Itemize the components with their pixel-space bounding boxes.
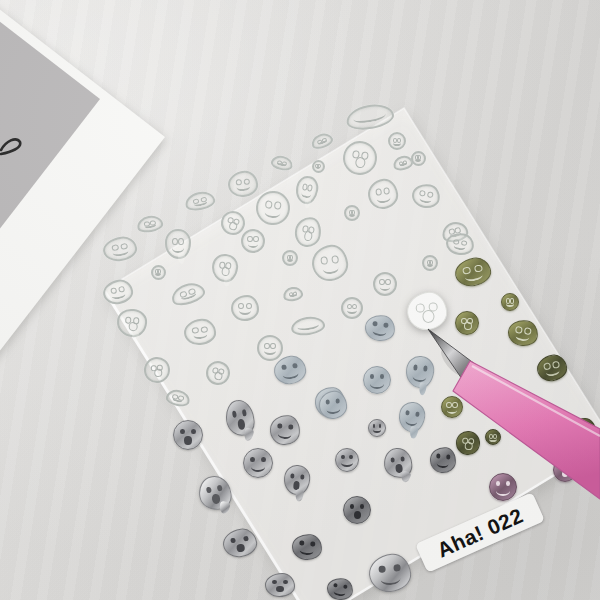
- sticker-mouth: [427, 261, 433, 267]
- sticker-smiley: [265, 573, 295, 597]
- sticker-mouth: [347, 307, 356, 314]
- sticker-mouth: [326, 403, 340, 414]
- sticker-smiley: [255, 190, 292, 227]
- sticker-mouth: [112, 247, 129, 257]
- sticker-eye: [243, 536, 249, 542]
- sticker-mouth: [412, 370, 427, 382]
- sticker-mouth: [287, 256, 293, 262]
- sticker-mouth: [341, 459, 352, 468]
- sticker-smiley: [310, 243, 350, 283]
- sticker-smiley: [535, 353, 569, 384]
- sticker-mouth: [393, 139, 400, 145]
- sticker-mouth: [395, 464, 403, 473]
- sticker-eye: [400, 456, 405, 462]
- sticker-smiley: [383, 447, 414, 480]
- sticker-mouth: [532, 424, 543, 435]
- sticker-smiley: [116, 308, 148, 339]
- sticker-smiley: [411, 151, 426, 166]
- sticker-smiley: [343, 496, 371, 524]
- sticker-mouth: [277, 428, 292, 440]
- sticker-smiley: [211, 253, 240, 284]
- sticker-smiley: [453, 255, 493, 289]
- sticker-smiley: [293, 215, 324, 249]
- sticker-smiley: [312, 160, 325, 173]
- sticker-smiley: [553, 458, 577, 482]
- sticker-mouth: [236, 543, 246, 552]
- sticker-mouth: [464, 269, 483, 282]
- sticker-smiley: [165, 388, 192, 409]
- sticker-smiley: [405, 290, 448, 331]
- sticker-smiley: [231, 295, 259, 321]
- sticker-smiley: [422, 255, 438, 271]
- sticker-smiley: [173, 420, 203, 450]
- sticker-mouth: [251, 462, 266, 472]
- sticker-smiley: [368, 419, 386, 437]
- sticker-mouth: [293, 481, 300, 490]
- sticker-mouth: [380, 283, 390, 291]
- sticker-mouth: [237, 419, 245, 430]
- sticker-eye: [350, 504, 354, 509]
- sticker-mouth: [184, 436, 192, 444]
- sticker-eye: [232, 411, 237, 418]
- sticker-mouth: [221, 267, 230, 277]
- sticker-eye: [272, 580, 277, 584]
- sticker-mouth: [282, 368, 299, 380]
- sticker-smiley: [272, 354, 308, 386]
- sticker-mouth: [373, 426, 381, 433]
- sticker-smiley: [257, 335, 283, 361]
- sticker-eye: [242, 409, 247, 416]
- sticker-mouth: [545, 365, 561, 377]
- sticker-mouth: [154, 368, 163, 377]
- sticker-smiley: [520, 409, 554, 441]
- sticker-mouth: [422, 310, 435, 324]
- sticker-mouth: [277, 160, 287, 167]
- sticker-smiley: [344, 101, 395, 133]
- sticker-smiley: [570, 418, 596, 442]
- sticker-smiley: [143, 356, 171, 384]
- sticker-eye: [180, 429, 185, 435]
- photo-canvas: Aha! 022: [0, 0, 600, 600]
- sticker-smiley: [283, 464, 312, 497]
- sticker-mouth: [333, 587, 346, 597]
- sticker-mouth: [376, 192, 391, 204]
- sticker-smiley: [204, 359, 232, 387]
- sticker-mouth: [515, 331, 531, 342]
- sticker-mouth: [415, 156, 421, 161]
- sticker-mouth: [239, 307, 251, 316]
- sticker-smiley: [455, 430, 481, 456]
- sticker-smiley: [101, 235, 138, 263]
- sticker-smiley: [169, 279, 208, 309]
- sticker-mouth: [172, 395, 183, 403]
- sticker-smiley: [290, 315, 326, 338]
- sticker-eye: [360, 504, 364, 509]
- sticker-smiley: [243, 448, 273, 478]
- sticker-mouth: [299, 545, 314, 555]
- sticker-smiley: [309, 131, 334, 152]
- sticker-mouth: [248, 240, 258, 248]
- sticker-mouth: [562, 471, 568, 478]
- sticker-eye: [300, 474, 305, 480]
- sticker-eye: [390, 457, 395, 463]
- sticker-smiley: [455, 311, 479, 335]
- sticker-smiley: [101, 278, 135, 307]
- sticker-mouth: [172, 243, 183, 253]
- sticker-mouth: [419, 194, 433, 204]
- sticker-mouth: [489, 435, 496, 441]
- sticker-mouth: [436, 458, 449, 468]
- sticker-eye: [290, 473, 295, 479]
- sticker-mouth: [264, 206, 280, 218]
- sticker-smiley: [221, 527, 259, 559]
- sticker-mouth: [447, 406, 457, 414]
- sticker-smiley: [501, 293, 519, 311]
- sticker-smiley: [227, 170, 259, 199]
- sticker-smiley: [196, 473, 233, 512]
- sticker-smiley: [270, 154, 294, 172]
- sticker-smiley: [373, 272, 397, 296]
- sticker-smiley: [485, 429, 501, 445]
- sticker-smiley: [341, 297, 363, 319]
- sticker-mouth: [370, 379, 384, 389]
- sticker-smiley: [404, 355, 435, 390]
- sticker-mouth: [380, 571, 402, 586]
- sticker-smiley: [506, 318, 539, 348]
- sticker-smiley: [326, 576, 355, 600]
- sticker-mouth: [496, 486, 510, 496]
- sticker-mouth: [464, 322, 472, 331]
- sticker-smiley: [282, 285, 304, 302]
- sticker-mouth: [289, 292, 298, 298]
- sticker-smiley: [335, 448, 359, 472]
- sticker-smiley: [224, 398, 257, 438]
- sticker-smiley: [183, 318, 217, 347]
- sticker-mouth: [316, 164, 321, 169]
- sticker-smiley: [136, 214, 164, 234]
- sticker-mouth: [453, 242, 466, 251]
- sticker-smiley: [388, 132, 406, 150]
- sticker-eye: [559, 465, 563, 469]
- sticker-smiley: [367, 552, 412, 594]
- sticker-mouth: [353, 109, 387, 125]
- sticker-smiley: [241, 229, 265, 253]
- sticker-mouth: [276, 586, 284, 593]
- sticker-eye: [191, 429, 196, 435]
- sticker-smiley: [294, 174, 321, 205]
- sticker-mouth: [236, 182, 250, 192]
- sticker-mouth: [399, 160, 408, 167]
- sticker-mouth: [128, 322, 138, 332]
- sticker-eye: [567, 465, 571, 469]
- sticker-mouth: [296, 320, 319, 331]
- sticker-mouth: [464, 442, 473, 451]
- sticker-mouth: [193, 330, 208, 340]
- sticker-smiley: [282, 250, 298, 266]
- sticker-mouth: [349, 211, 355, 217]
- sticker-smiley: [366, 177, 400, 211]
- sticker-smiley: [410, 182, 442, 210]
- sticker-mouth: [211, 494, 221, 505]
- sticker-mouth: [111, 289, 126, 299]
- sticker-mouth: [405, 415, 419, 427]
- sticker-mouth: [264, 347, 275, 356]
- sticker-smiley: [397, 400, 427, 433]
- sticker-smiley: [441, 396, 463, 418]
- sticker-smiley: [363, 313, 396, 343]
- sticker-mouth: [506, 300, 514, 307]
- sticker-mouth: [577, 429, 589, 438]
- sticker-smiley: [269, 414, 302, 447]
- sticker-mouth: [354, 511, 361, 519]
- sticker-mouth: [193, 198, 208, 207]
- sticker-eye: [217, 484, 223, 491]
- sticker-mouth: [372, 326, 388, 337]
- sticker-eye: [283, 580, 288, 584]
- sticker-mouth: [144, 221, 156, 228]
- sticker-mouth: [229, 221, 238, 231]
- sticker-mouth: [155, 270, 161, 275]
- sticker-smiley: [291, 533, 323, 562]
- sticker-mouth: [304, 231, 314, 242]
- sticker-smiley: [183, 189, 216, 213]
- sticker-mouth: [214, 371, 223, 380]
- sticker-smiley: [165, 229, 191, 259]
- sticker-mouth: [355, 157, 367, 169]
- sticker-mouth: [301, 188, 312, 199]
- sticker-smiley: [445, 231, 476, 257]
- sticker-smiley: [344, 205, 360, 221]
- sticker-smiley: [151, 265, 166, 280]
- sticker-mouth: [322, 261, 340, 274]
- sticker-eye: [230, 538, 236, 544]
- sticker-smiley: [341, 139, 379, 177]
- sticker-smiley: [363, 366, 391, 394]
- sticker-smiley: [489, 473, 517, 501]
- sticker-eye: [205, 486, 211, 493]
- sticker-smiley: [429, 446, 457, 474]
